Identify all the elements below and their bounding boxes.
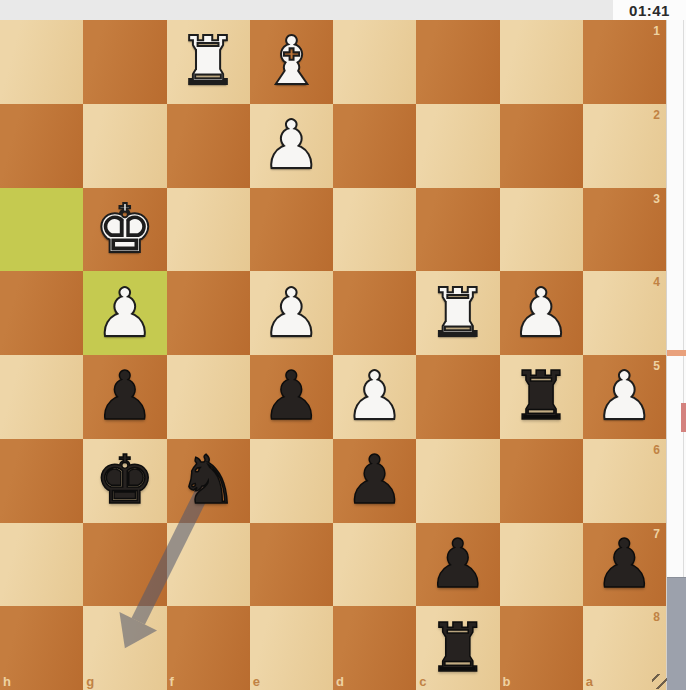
square-b8[interactable]: b (500, 606, 583, 690)
file-label-h: h (3, 674, 11, 689)
file-label-c: c (419, 674, 426, 689)
square-g2[interactable] (83, 104, 166, 188)
square-g6[interactable]: ♚ (83, 439, 166, 523)
square-b7[interactable] (500, 523, 583, 607)
rank-label-3: 3 (653, 192, 660, 206)
square-a4[interactable]: 4 (583, 271, 666, 355)
chess-app-screen: 01:41 ♜♝1♟2♚3♟♟♜♟4♟♟♟♜5♟♚♞♟6♟7♟hgfedc♜b8… (0, 0, 686, 690)
square-e8[interactable]: e (250, 606, 333, 690)
file-label-b: b (503, 674, 511, 689)
file-label-g: g (86, 674, 94, 689)
square-b2[interactable] (500, 104, 583, 188)
square-f2[interactable] (167, 104, 250, 188)
square-a2[interactable]: 2 (583, 104, 666, 188)
rank-label-2: 2 (653, 108, 660, 122)
square-b6[interactable] (500, 439, 583, 523)
square-h4[interactable] (0, 271, 83, 355)
square-h1[interactable] (0, 20, 83, 104)
square-c2[interactable] (416, 104, 499, 188)
square-f5[interactable] (167, 355, 250, 439)
black-pawn[interactable]: ♟ (416, 523, 499, 607)
white-king[interactable]: ♚ (83, 188, 166, 272)
white-rook[interactable]: ♜ (416, 271, 499, 355)
square-b5[interactable]: ♜ (500, 355, 583, 439)
file-label-e: e (253, 674, 260, 689)
square-a7[interactable]: 7♟ (583, 523, 666, 607)
white-pawn[interactable]: ♟ (500, 271, 583, 355)
square-d3[interactable] (333, 188, 416, 272)
square-d4[interactable] (333, 271, 416, 355)
square-d2[interactable] (333, 104, 416, 188)
square-d1[interactable] (333, 20, 416, 104)
square-a5[interactable]: 5♟ (583, 355, 666, 439)
scrollbar-accent-bar (667, 350, 686, 356)
square-h2[interactable] (0, 104, 83, 188)
square-c1[interactable] (416, 20, 499, 104)
square-a6[interactable]: 6 (583, 439, 666, 523)
square-h7[interactable] (0, 523, 83, 607)
square-f1[interactable]: ♜ (167, 20, 250, 104)
rank-label-1: 1 (653, 24, 660, 38)
black-king[interactable]: ♚ (83, 439, 166, 523)
square-g3[interactable]: ♚ (83, 188, 166, 272)
white-pawn[interactable]: ♟ (83, 271, 166, 355)
square-e5[interactable]: ♟ (250, 355, 333, 439)
black-pawn[interactable]: ♟ (333, 439, 416, 523)
rank-label-7: 7 (653, 527, 660, 541)
square-e7[interactable] (250, 523, 333, 607)
square-h5[interactable] (0, 355, 83, 439)
square-a3[interactable]: 3 (583, 188, 666, 272)
file-label-a: a (586, 674, 593, 689)
square-d7[interactable] (333, 523, 416, 607)
white-bishop[interactable]: ♝ (250, 20, 333, 104)
square-e4[interactable]: ♟ (250, 271, 333, 355)
black-pawn[interactable]: ♟ (83, 355, 166, 439)
black-rook[interactable]: ♜ (500, 355, 583, 439)
file-label-f: f (170, 674, 174, 689)
square-e2[interactable]: ♟ (250, 104, 333, 188)
square-e1[interactable]: ♝ (250, 20, 333, 104)
square-h3[interactable] (0, 188, 83, 272)
square-c4[interactable]: ♜ (416, 271, 499, 355)
square-f6[interactable]: ♞ (167, 439, 250, 523)
top-bar: 01:41 (0, 0, 686, 20)
scrollbar-accent-marker (681, 403, 686, 432)
scrollbar-thumb[interactable] (667, 577, 686, 690)
square-b1[interactable] (500, 20, 583, 104)
clock-display: 01:41 (613, 0, 686, 20)
rank-label-8: 8 (653, 610, 660, 624)
board-grid[interactable]: ♜♝1♟2♚3♟♟♜♟4♟♟♟♜5♟♚♞♟6♟7♟hgfedc♜b8a (0, 20, 666, 690)
square-c3[interactable] (416, 188, 499, 272)
square-e6[interactable] (250, 439, 333, 523)
square-b3[interactable] (500, 188, 583, 272)
square-g4[interactable]: ♟ (83, 271, 166, 355)
square-d8[interactable]: d (333, 606, 416, 690)
board-resize-handle[interactable] (652, 674, 667, 689)
white-pawn[interactable]: ♟ (250, 271, 333, 355)
black-rook[interactable]: ♜ (416, 606, 499, 690)
square-f7[interactable] (167, 523, 250, 607)
square-d5[interactable]: ♟ (333, 355, 416, 439)
black-knight[interactable]: ♞ (167, 439, 250, 523)
black-pawn[interactable]: ♟ (250, 355, 333, 439)
chess-board[interactable]: ♜♝1♟2♚3♟♟♜♟4♟♟♟♜5♟♚♞♟6♟7♟hgfedc♜b8a (0, 20, 666, 690)
square-a1[interactable]: 1 (583, 20, 666, 104)
file-label-d: d (336, 674, 344, 689)
square-f3[interactable] (167, 188, 250, 272)
square-g5[interactable]: ♟ (83, 355, 166, 439)
square-g7[interactable] (83, 523, 166, 607)
white-pawn[interactable]: ♟ (250, 104, 333, 188)
square-f4[interactable] (167, 271, 250, 355)
white-rook[interactable]: ♜ (167, 20, 250, 104)
square-g8[interactable]: g (83, 606, 166, 690)
rank-label-4: 4 (653, 275, 660, 289)
white-pawn[interactable]: ♟ (333, 355, 416, 439)
rank-label-5: 5 (653, 359, 660, 373)
square-g1[interactable] (83, 20, 166, 104)
rank-label-6: 6 (653, 443, 660, 457)
square-f8[interactable]: f (167, 606, 250, 690)
square-c8[interactable]: c♜ (416, 606, 499, 690)
square-c5[interactable] (416, 355, 499, 439)
square-h6[interactable] (0, 439, 83, 523)
square-e3[interactable] (250, 188, 333, 272)
square-b4[interactable]: ♟ (500, 271, 583, 355)
square-h8[interactable]: h (0, 606, 83, 690)
square-d6[interactable]: ♟ (333, 439, 416, 523)
square-c6[interactable] (416, 439, 499, 523)
scrollbar-track[interactable] (666, 20, 686, 690)
square-c7[interactable]: ♟ (416, 523, 499, 607)
